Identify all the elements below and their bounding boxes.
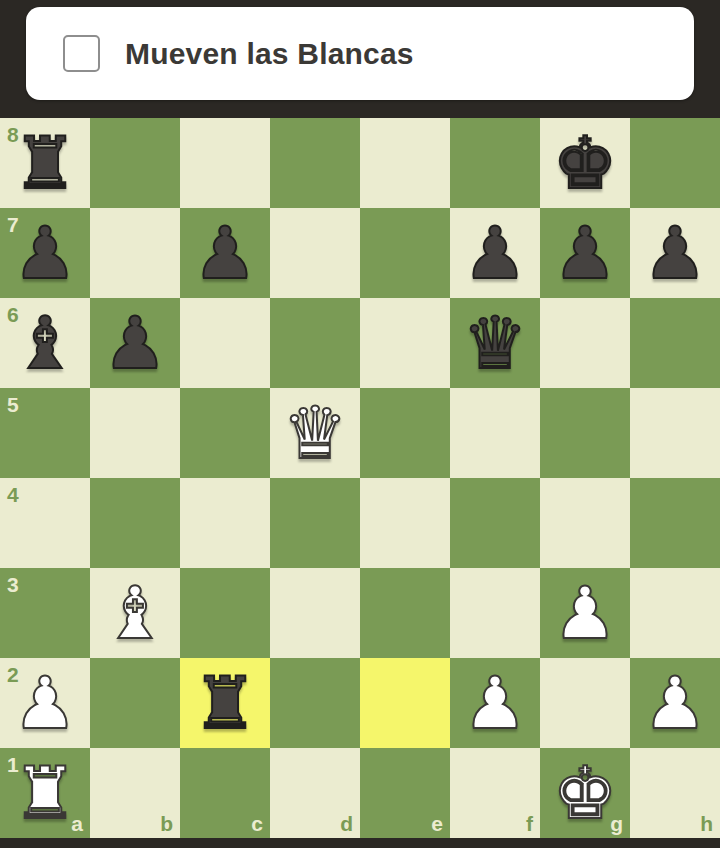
square-b5[interactable] xyxy=(90,388,180,478)
square-f2[interactable]: ♟ xyxy=(450,658,540,748)
square-e6[interactable] xyxy=(360,298,450,388)
square-a4[interactable]: 4 xyxy=(0,478,90,568)
square-g1[interactable]: g♚ xyxy=(540,748,630,838)
square-d1[interactable]: d xyxy=(270,748,360,838)
square-c7[interactable]: ♟ xyxy=(180,208,270,298)
square-h5[interactable] xyxy=(630,388,720,478)
square-g2[interactable] xyxy=(540,658,630,748)
piece-black-pawn[interactable]: ♟ xyxy=(0,208,90,298)
piece-white-pawn[interactable]: ♟ xyxy=(0,658,90,748)
square-c2[interactable]: ♜ xyxy=(180,658,270,748)
square-d8[interactable] xyxy=(270,118,360,208)
square-h7[interactable]: ♟ xyxy=(630,208,720,298)
piece-white-rook[interactable]: ♜ xyxy=(0,748,90,838)
file-label-h: h xyxy=(700,813,713,834)
piece-black-pawn[interactable]: ♟ xyxy=(180,208,270,298)
square-b2[interactable] xyxy=(90,658,180,748)
square-f6[interactable]: ♛ xyxy=(450,298,540,388)
piece-black-pawn[interactable]: ♟ xyxy=(630,208,720,298)
square-g7[interactable]: ♟ xyxy=(540,208,630,298)
turn-checkbox[interactable] xyxy=(63,35,100,72)
turn-indicator-card: Mueven las Blancas xyxy=(26,7,694,100)
square-g3[interactable]: ♟ xyxy=(540,568,630,658)
file-label-d: d xyxy=(340,813,353,834)
square-g6[interactable] xyxy=(540,298,630,388)
square-a8[interactable]: 8♜ xyxy=(0,118,90,208)
file-label-b: b xyxy=(160,813,173,834)
piece-white-bishop[interactable]: ♝ xyxy=(90,568,180,658)
square-b3[interactable]: ♝ xyxy=(90,568,180,658)
piece-black-rook[interactable]: ♜ xyxy=(0,118,90,208)
square-c4[interactable] xyxy=(180,478,270,568)
square-b4[interactable] xyxy=(90,478,180,568)
square-h1[interactable]: h xyxy=(630,748,720,838)
piece-black-queen[interactable]: ♛ xyxy=(450,298,540,388)
square-a6[interactable]: 6♝ xyxy=(0,298,90,388)
square-e7[interactable] xyxy=(360,208,450,298)
square-a1[interactable]: 1a♜ xyxy=(0,748,90,838)
square-b1[interactable]: b xyxy=(90,748,180,838)
piece-black-rook[interactable]: ♜ xyxy=(180,658,270,748)
square-c6[interactable] xyxy=(180,298,270,388)
square-d3[interactable] xyxy=(270,568,360,658)
piece-white-king[interactable]: ♚ xyxy=(540,748,630,838)
square-f5[interactable] xyxy=(450,388,540,478)
square-g4[interactable] xyxy=(540,478,630,568)
square-f4[interactable] xyxy=(450,478,540,568)
square-e4[interactable] xyxy=(360,478,450,568)
square-e1[interactable]: e xyxy=(360,748,450,838)
square-a2[interactable]: 2♟ xyxy=(0,658,90,748)
rank-label-4: 4 xyxy=(7,484,19,505)
square-h3[interactable] xyxy=(630,568,720,658)
square-d2[interactable] xyxy=(270,658,360,748)
square-e5[interactable] xyxy=(360,388,450,478)
piece-white-pawn[interactable]: ♟ xyxy=(540,568,630,658)
piece-white-pawn[interactable]: ♟ xyxy=(630,658,720,748)
square-e2[interactable] xyxy=(360,658,450,748)
square-h6[interactable] xyxy=(630,298,720,388)
square-d4[interactable] xyxy=(270,478,360,568)
rank-label-5: 5 xyxy=(7,394,19,415)
square-a3[interactable]: 3 xyxy=(0,568,90,658)
square-e8[interactable] xyxy=(360,118,450,208)
square-c8[interactable] xyxy=(180,118,270,208)
square-b7[interactable] xyxy=(90,208,180,298)
piece-black-king[interactable]: ♚ xyxy=(540,118,630,208)
square-h8[interactable] xyxy=(630,118,720,208)
square-g8[interactable]: ♚ xyxy=(540,118,630,208)
bottom-bar xyxy=(0,838,720,848)
square-d5[interactable]: ♛ xyxy=(270,388,360,478)
square-h2[interactable]: ♟ xyxy=(630,658,720,748)
file-label-e: e xyxy=(431,813,443,834)
square-b8[interactable] xyxy=(90,118,180,208)
file-label-c: c xyxy=(251,813,263,834)
piece-white-queen[interactable]: ♛ xyxy=(270,388,360,478)
square-c5[interactable] xyxy=(180,388,270,478)
header-bar: Mueven las Blancas xyxy=(0,0,720,118)
square-c1[interactable]: c xyxy=(180,748,270,838)
piece-black-bishop[interactable]: ♝ xyxy=(0,298,90,388)
file-label-f: f xyxy=(526,813,533,834)
square-c3[interactable] xyxy=(180,568,270,658)
square-a5[interactable]: 5 xyxy=(0,388,90,478)
piece-white-pawn[interactable]: ♟ xyxy=(450,658,540,748)
app: Mueven las Blancas 8♜♚7♟♟♟♟♟6♝♟♛5♛43♝♟2♟… xyxy=(0,0,720,848)
rank-label-3: 3 xyxy=(7,574,19,595)
square-f8[interactable] xyxy=(450,118,540,208)
square-g5[interactable] xyxy=(540,388,630,478)
square-d7[interactable] xyxy=(270,208,360,298)
piece-black-pawn[interactable]: ♟ xyxy=(90,298,180,388)
square-e3[interactable] xyxy=(360,568,450,658)
square-f7[interactable]: ♟ xyxy=(450,208,540,298)
square-f3[interactable] xyxy=(450,568,540,658)
square-f1[interactable]: f xyxy=(450,748,540,838)
square-d6[interactable] xyxy=(270,298,360,388)
piece-black-pawn[interactable]: ♟ xyxy=(450,208,540,298)
square-a7[interactable]: 7♟ xyxy=(0,208,90,298)
turn-indicator-label: Mueven las Blancas xyxy=(125,37,414,71)
chess-board: 8♜♚7♟♟♟♟♟6♝♟♛5♛43♝♟2♟♜♟♟1a♜bcdefg♚h xyxy=(0,118,720,838)
piece-black-pawn[interactable]: ♟ xyxy=(540,208,630,298)
square-b6[interactable]: ♟ xyxy=(90,298,180,388)
square-h4[interactable] xyxy=(630,478,720,568)
